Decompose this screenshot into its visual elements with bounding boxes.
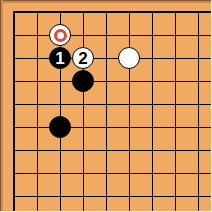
intersection — [26, 1, 49, 24]
intersection — [49, 116, 72, 139]
intersection — [141, 24, 164, 47]
intersection — [3, 1, 26, 24]
intersection — [164, 162, 187, 185]
intersection — [187, 24, 212, 47]
intersection: 2 — [72, 47, 95, 70]
intersection — [26, 93, 49, 116]
intersection — [26, 47, 49, 70]
intersection — [187, 93, 212, 116]
intersection — [95, 185, 118, 212]
intersection — [187, 70, 212, 93]
intersection — [187, 47, 212, 70]
intersection — [95, 139, 118, 162]
intersection — [72, 185, 95, 212]
intersection — [3, 93, 26, 116]
move-number-label: 1 — [55, 50, 64, 67]
intersection — [141, 185, 164, 212]
intersection — [141, 162, 164, 185]
intersection — [164, 24, 187, 47]
intersection — [49, 93, 72, 116]
intersection — [95, 1, 118, 24]
intersection — [72, 93, 95, 116]
intersection — [49, 139, 72, 162]
intersection — [95, 47, 118, 70]
intersection — [3, 70, 26, 93]
intersection — [3, 24, 26, 47]
intersection — [118, 185, 141, 212]
intersection — [141, 93, 164, 116]
intersection — [141, 1, 164, 24]
intersection — [95, 116, 118, 139]
intersection — [26, 116, 49, 139]
go-board: 12 — [3, 1, 212, 212]
circle-marker-icon — [54, 29, 67, 42]
intersection — [118, 139, 141, 162]
intersection — [95, 70, 118, 93]
intersection — [118, 116, 141, 139]
intersection — [72, 70, 95, 93]
intersection — [187, 162, 212, 185]
white-stone — [118, 47, 140, 69]
intersection — [3, 47, 26, 70]
intersection — [49, 1, 72, 24]
intersection — [164, 1, 187, 24]
intersection — [49, 185, 72, 212]
intersection — [164, 93, 187, 116]
intersection — [141, 47, 164, 70]
intersection — [3, 162, 26, 185]
intersection — [118, 70, 141, 93]
intersection: 1 — [49, 47, 72, 70]
black-stone — [72, 70, 94, 92]
intersection — [26, 162, 49, 185]
intersection — [164, 47, 187, 70]
intersection — [3, 185, 26, 212]
intersection — [49, 70, 72, 93]
intersection — [118, 1, 141, 24]
intersection — [164, 70, 187, 93]
white-stone: 2 — [72, 47, 94, 69]
intersection — [118, 162, 141, 185]
intersection — [26, 139, 49, 162]
move-number-label: 2 — [78, 50, 87, 67]
intersection — [3, 116, 26, 139]
intersection — [95, 93, 118, 116]
go-corner-diagram: 12 — [0, 0, 211, 211]
intersection — [118, 93, 141, 116]
intersection — [72, 1, 95, 24]
intersection — [49, 24, 72, 47]
intersection — [187, 139, 212, 162]
intersection — [187, 1, 212, 24]
intersection — [72, 24, 95, 47]
intersection — [118, 24, 141, 47]
intersection — [164, 185, 187, 212]
intersection — [141, 139, 164, 162]
intersection — [187, 116, 212, 139]
intersection — [72, 162, 95, 185]
black-stone: 1 — [49, 47, 71, 69]
white-stone — [49, 24, 71, 46]
intersection — [141, 70, 164, 93]
intersection — [3, 139, 26, 162]
intersection — [141, 116, 164, 139]
intersection — [164, 139, 187, 162]
intersection — [26, 185, 49, 212]
intersection — [26, 70, 49, 93]
intersection — [95, 162, 118, 185]
black-stone — [49, 116, 71, 138]
intersection — [72, 116, 95, 139]
intersection — [49, 162, 72, 185]
intersection — [95, 24, 118, 47]
intersection — [26, 24, 49, 47]
intersection — [72, 139, 95, 162]
intersection — [164, 116, 187, 139]
intersection — [118, 47, 141, 70]
intersection — [187, 185, 212, 212]
